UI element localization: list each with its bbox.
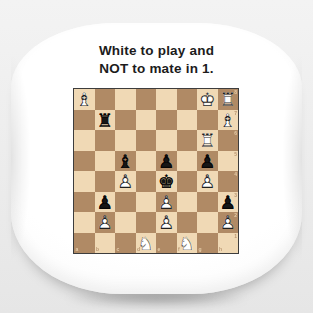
file-label: c — [117, 247, 120, 252]
square-c6 — [115, 130, 136, 151]
square-f8 — [177, 89, 198, 110]
white-pawn: ♟♙ — [95, 212, 116, 233]
square-h8: 8♜♖ — [218, 89, 239, 110]
square-b5 — [95, 151, 116, 172]
square-b2: ♟♙ — [95, 212, 116, 233]
square-g3 — [197, 192, 218, 213]
square-f5 — [177, 151, 198, 172]
black-rook: ♜♖ — [95, 110, 116, 131]
square-c2 — [115, 212, 136, 233]
square-a6 — [74, 130, 95, 151]
square-b1: b — [95, 233, 116, 254]
black-pawn: ♟♙ — [197, 151, 218, 172]
square-a2 — [74, 212, 95, 233]
square-d1: d♞♘ — [136, 233, 157, 254]
file-label: g — [199, 247, 202, 252]
square-e6 — [156, 130, 177, 151]
white-pawn: ♟♙ — [218, 212, 239, 233]
white-pawn: ♟♙ — [156, 192, 177, 213]
square-c1: c — [115, 233, 136, 254]
square-a7 — [74, 110, 95, 131]
square-f4 — [177, 171, 198, 192]
square-e7 — [156, 110, 177, 131]
white-knight: ♞♘ — [136, 233, 157, 254]
square-f1: f♞♘ — [177, 233, 198, 254]
square-d2 — [136, 212, 157, 233]
square-a5 — [74, 151, 95, 172]
square-d4 — [136, 171, 157, 192]
puzzle-caption-line2: NOT to mate in 1. — [0, 60, 313, 78]
square-d8 — [136, 89, 157, 110]
square-c4: ♟♙ — [115, 171, 136, 192]
square-d6 — [136, 130, 157, 151]
square-c3 — [115, 192, 136, 213]
white-pawn: ♟♙ — [115, 171, 136, 192]
square-d5 — [136, 151, 157, 172]
square-e1: e — [156, 233, 177, 254]
white-pawn: ♟♙ — [156, 212, 177, 233]
square-h6: 6 — [218, 130, 239, 151]
square-g4: ♟♙ — [197, 171, 218, 192]
white-bishop: ♝♗ — [218, 110, 239, 131]
square-g8: ♚♔ — [197, 89, 218, 110]
rank-label: 1 — [234, 234, 237, 239]
square-h7: 7♝♗ — [218, 110, 239, 131]
white-bishop: ♝♗ — [74, 89, 95, 110]
square-e4: ♚♔ — [156, 171, 177, 192]
chess-board: ♝♗♚♔8♜♖♜♖7♝♗♜♖6♝♗♟♙♟♙5♟♙♚♔♟♙4♟♙♟♙3♟♙♟♙♟♙… — [73, 88, 239, 254]
square-c8 — [115, 89, 136, 110]
square-e8 — [156, 89, 177, 110]
square-a8: ♝♗ — [74, 89, 95, 110]
square-c7 — [115, 110, 136, 131]
file-label: b — [96, 247, 99, 252]
square-b8 — [95, 89, 116, 110]
square-d3 — [136, 192, 157, 213]
square-b7: ♜♖ — [95, 110, 116, 131]
square-b6 — [95, 130, 116, 151]
square-a1: a — [74, 233, 95, 254]
square-c5: ♝♗ — [115, 151, 136, 172]
white-king: ♚♔ — [197, 89, 218, 110]
square-h1: 1h — [218, 233, 239, 254]
square-e3: ♟♙ — [156, 192, 177, 213]
square-h3: 3♟♙ — [218, 192, 239, 213]
file-label: a — [76, 247, 79, 252]
black-pawn: ♟♙ — [156, 151, 177, 172]
square-d7 — [136, 110, 157, 131]
black-bishop: ♝♗ — [115, 151, 136, 172]
square-h4: 4 — [218, 171, 239, 192]
square-e2: ♟♙ — [156, 212, 177, 233]
product-photo: White to play and NOT to mate in 1. ♝♗♚♔… — [0, 0, 313, 313]
square-h2: 2♟♙ — [218, 212, 239, 233]
file-label: e — [158, 247, 161, 252]
white-rook: ♜♖ — [197, 130, 218, 151]
square-f7 — [177, 110, 198, 131]
square-b4 — [95, 171, 116, 192]
file-label: h — [219, 247, 222, 252]
rank-label: 6 — [234, 131, 237, 136]
white-pawn: ♟♙ — [197, 171, 218, 192]
square-h5: 5 — [218, 151, 239, 172]
square-g5: ♟♙ — [197, 151, 218, 172]
square-f6 — [177, 130, 198, 151]
square-a4 — [74, 171, 95, 192]
square-g2 — [197, 212, 218, 233]
puzzle-caption-line1: White to play and — [0, 42, 313, 60]
square-b3: ♟♙ — [95, 192, 116, 213]
rank-label: 4 — [234, 172, 237, 177]
rank-label: 5 — [234, 152, 237, 157]
square-g6: ♜♖ — [197, 130, 218, 151]
square-g1: g — [197, 233, 218, 254]
white-knight: ♞♘ — [177, 233, 198, 254]
square-f3 — [177, 192, 198, 213]
white-rook: ♜♖ — [218, 89, 239, 110]
square-e5: ♟♙ — [156, 151, 177, 172]
black-king: ♚♔ — [156, 171, 177, 192]
black-pawn: ♟♙ — [218, 192, 239, 213]
square-a3 — [74, 192, 95, 213]
black-pawn: ♟♙ — [95, 192, 116, 213]
square-g7 — [197, 110, 218, 131]
square-f2 — [177, 212, 198, 233]
